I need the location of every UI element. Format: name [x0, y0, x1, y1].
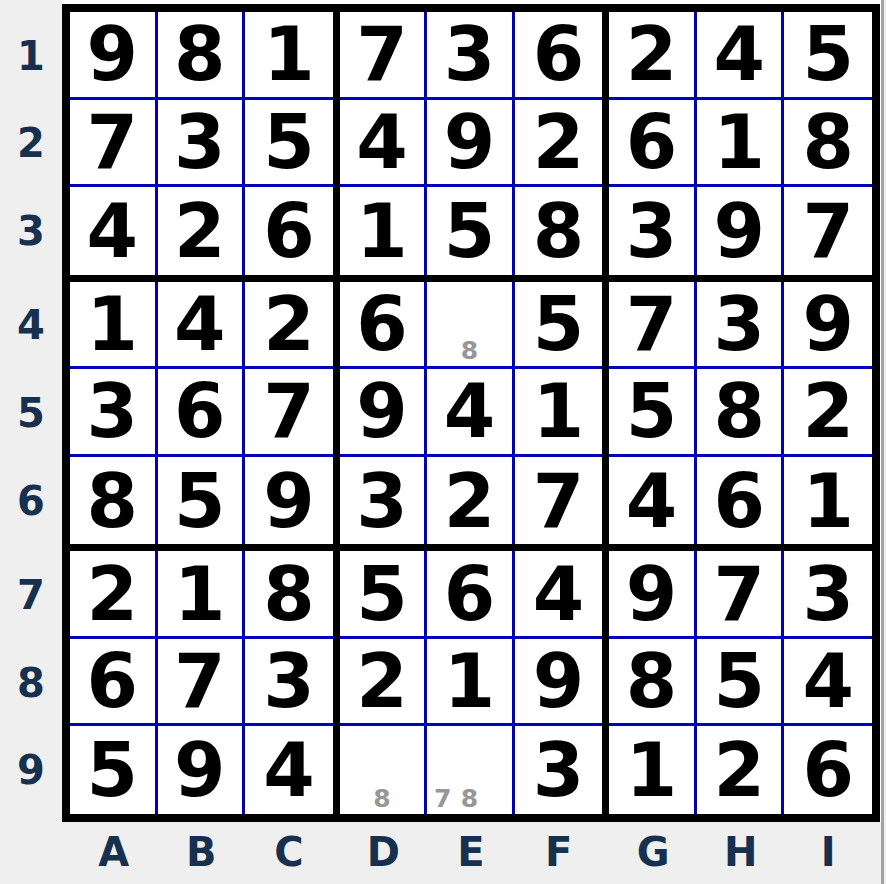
cell-I3[interactable]: 7 [784, 187, 872, 275]
cell-C6[interactable]: 9 [245, 457, 333, 545]
cell-H6[interactable]: 6 [697, 457, 785, 545]
cell-value: 1 [87, 287, 139, 361]
cell-A2[interactable]: 7 [70, 100, 158, 188]
candidate-5 [456, 311, 483, 338]
cell-F2[interactable]: 2 [515, 100, 603, 188]
cell-E6[interactable]: 2 [427, 457, 515, 545]
candidate-1 [429, 728, 456, 756]
cell-F4[interactable]: 5 [515, 282, 603, 370]
box-8: 5642198783 [340, 551, 603, 814]
cell-I2[interactable]: 8 [784, 100, 872, 188]
candidate-8: 8 [369, 784, 396, 812]
box-1: 981735426 [70, 12, 333, 275]
cell-value: 7 [263, 374, 315, 448]
cell-value: 6 [263, 194, 315, 268]
box-2: 736492158 [340, 12, 603, 275]
cell-value: 9 [533, 644, 585, 718]
cell-value: 2 [356, 644, 408, 718]
cell-value: 3 [626, 194, 678, 268]
candidate-7 [342, 784, 369, 812]
candidate-2 [369, 728, 396, 756]
cell-F8[interactable]: 9 [515, 639, 603, 727]
cell-F3[interactable]: 8 [515, 187, 603, 275]
candidate-grid: 78 [429, 728, 510, 812]
cell-B9[interactable]: 9 [158, 726, 246, 814]
cell-I1[interactable]: 5 [784, 12, 872, 100]
row-label-4: 4 [17, 305, 45, 345]
cell-H4[interactable]: 3 [697, 282, 785, 370]
cell-value: 6 [626, 105, 678, 179]
cell-value: 3 [802, 557, 854, 631]
cell-C3[interactable]: 6 [245, 187, 333, 275]
cell-E2[interactable]: 9 [427, 100, 515, 188]
cell-C1[interactable]: 1 [245, 12, 333, 100]
cell-E4[interactable]: 8 [427, 282, 515, 370]
cell-I7[interactable]: 3 [784, 551, 872, 639]
cell-value: 7 [174, 644, 226, 718]
cell-value: 2 [533, 105, 585, 179]
cell-D8[interactable]: 2 [340, 639, 428, 727]
cell-value: 8 [713, 374, 765, 448]
sudoku-board: 9817354267364921582456183971423678596859… [62, 4, 880, 822]
cell-D7[interactable]: 5 [340, 551, 428, 639]
cell-value: 9 [626, 557, 678, 631]
cell-value: 4 [533, 557, 585, 631]
cell-value: 8 [626, 644, 678, 718]
cell-F6[interactable]: 7 [515, 457, 603, 545]
cell-value: 1 [444, 644, 496, 718]
candidate-8: 8 [456, 784, 483, 812]
cell-H8[interactable]: 5 [697, 639, 785, 727]
cell-C7[interactable]: 8 [245, 551, 333, 639]
candidate-3 [483, 728, 510, 756]
cell-C4[interactable]: 2 [245, 282, 333, 370]
cell-value: 1 [356, 194, 408, 268]
box-3: 245618397 [609, 12, 872, 275]
cell-B1[interactable]: 8 [158, 12, 246, 100]
candidate-3 [395, 728, 422, 756]
cell-A5[interactable]: 3 [70, 369, 158, 457]
cell-H9[interactable]: 2 [697, 726, 785, 814]
cell-value: 3 [263, 644, 315, 718]
cell-value: 7 [626, 287, 678, 361]
cell-A8[interactable]: 6 [70, 639, 158, 727]
cell-A1[interactable]: 9 [70, 12, 158, 100]
candidate-4 [429, 756, 456, 784]
cell-D9[interactable]: 8 [340, 726, 428, 814]
candidate-3 [483, 284, 510, 311]
cell-value: 9 [174, 733, 226, 807]
cell-value: 6 [174, 374, 226, 448]
cell-value: 8 [263, 557, 315, 631]
candidate-1 [342, 728, 369, 756]
cell-value: 2 [713, 733, 765, 807]
cell-value: 3 [174, 105, 226, 179]
cell-value: 2 [626, 17, 678, 91]
cell-B5[interactable]: 6 [158, 369, 246, 457]
cell-value: 6 [713, 464, 765, 538]
cell-value: 7 [533, 464, 585, 538]
cell-value: 2 [174, 194, 226, 268]
cell-A7[interactable]: 2 [70, 551, 158, 639]
candidate-4 [429, 311, 456, 338]
cell-D1[interactable]: 7 [340, 12, 428, 100]
col-label-B: B [186, 832, 217, 872]
cell-value: 6 [802, 733, 854, 807]
cell-G9[interactable]: 1 [609, 726, 697, 814]
cell-G2[interactable]: 6 [609, 100, 697, 188]
row-label-6: 6 [17, 481, 45, 521]
cell-value: 4 [802, 644, 854, 718]
cell-B8[interactable]: 7 [158, 639, 246, 727]
cell-value: 3 [713, 287, 765, 361]
cell-value: 9 [713, 194, 765, 268]
cell-H7[interactable]: 7 [697, 551, 785, 639]
cell-value: 1 [533, 374, 585, 448]
box-6: 739582461 [609, 282, 872, 545]
cell-E8[interactable]: 1 [427, 639, 515, 727]
cell-H1[interactable]: 4 [697, 12, 785, 100]
cell-value: 7 [87, 105, 139, 179]
col-label-E: E [457, 832, 484, 872]
cell-A9[interactable]: 5 [70, 726, 158, 814]
row-label-3: 3 [17, 211, 45, 251]
cell-D2[interactable]: 4 [340, 100, 428, 188]
cell-value: 3 [444, 17, 496, 91]
cell-H2[interactable]: 1 [697, 100, 785, 188]
col-label-H: H [724, 832, 757, 872]
cell-value: 9 [87, 17, 139, 91]
row-label-9: 9 [17, 750, 45, 790]
cell-value: 8 [802, 105, 854, 179]
cell-E5[interactable]: 4 [427, 369, 515, 457]
cell-value: 7 [802, 194, 854, 268]
cell-value: 3 [533, 733, 585, 807]
candidate-9 [395, 784, 422, 812]
cell-value: 1 [802, 464, 854, 538]
cell-value: 5 [356, 557, 408, 631]
row-label-2: 2 [17, 123, 45, 163]
cell-value: 2 [802, 374, 854, 448]
cell-value: 5 [533, 287, 585, 361]
cell-value: 4 [263, 733, 315, 807]
cell-F9[interactable]: 3 [515, 726, 603, 814]
cell-value: 2 [87, 557, 139, 631]
cell-B2[interactable]: 3 [158, 100, 246, 188]
cell-C2[interactable]: 5 [245, 100, 333, 188]
candidate-6 [483, 756, 510, 784]
cell-value: 9 [356, 374, 408, 448]
cell-value: 4 [713, 17, 765, 91]
row-label-1: 1 [17, 36, 45, 76]
box-9: 973854126 [609, 551, 872, 814]
cell-value: 5 [87, 733, 139, 807]
col-label-C: C [274, 832, 303, 872]
col-label-G: G [637, 832, 670, 872]
candidate-1 [429, 284, 456, 311]
cell-value: 4 [174, 287, 226, 361]
cell-E9[interactable]: 78 [427, 726, 515, 814]
row-labels: 123456789 [0, 4, 62, 822]
cell-value: 1 [174, 557, 226, 631]
cell-value: 5 [802, 17, 854, 91]
col-label-A: A [98, 832, 129, 872]
cell-I4[interactable]: 9 [784, 282, 872, 370]
cell-C8[interactable]: 3 [245, 639, 333, 727]
cell-D4[interactable]: 6 [340, 282, 428, 370]
cell-G7[interactable]: 9 [609, 551, 697, 639]
column-labels: ABCDEFGHI [62, 822, 880, 880]
cell-value: 4 [356, 105, 408, 179]
cell-I9[interactable]: 6 [784, 726, 872, 814]
cell-F1[interactable]: 6 [515, 12, 603, 100]
cell-value: 3 [356, 464, 408, 538]
row-label-8: 8 [17, 663, 45, 703]
col-label-F: F [545, 832, 572, 872]
cell-H5[interactable]: 8 [697, 369, 785, 457]
cell-value: 1 [626, 733, 678, 807]
candidate-2 [456, 728, 483, 756]
cell-I5[interactable]: 2 [784, 369, 872, 457]
cell-value: 6 [533, 17, 585, 91]
cell-value: 1 [263, 17, 315, 91]
cell-value: 3 [87, 374, 139, 448]
candidate-6 [395, 756, 422, 784]
cell-G8[interactable]: 8 [609, 639, 697, 727]
candidate-5 [456, 756, 483, 784]
cell-value: 9 [444, 105, 496, 179]
box-5: 685941327 [340, 282, 603, 545]
cell-A4[interactable]: 1 [70, 282, 158, 370]
candidate-9 [483, 337, 510, 364]
cell-A6[interactable]: 8 [70, 457, 158, 545]
cell-C9[interactable]: 4 [245, 726, 333, 814]
cell-value: 9 [263, 464, 315, 538]
cell-E1[interactable]: 3 [427, 12, 515, 100]
candidate-grid: 8 [429, 284, 510, 365]
candidate-5 [369, 756, 396, 784]
cell-B3[interactable]: 2 [158, 187, 246, 275]
cell-G1[interactable]: 2 [609, 12, 697, 100]
cell-value: 5 [174, 464, 226, 538]
cell-value: 5 [626, 374, 678, 448]
box-4: 142367859 [70, 282, 333, 545]
cell-value: 4 [87, 194, 139, 268]
cell-value: 5 [263, 105, 315, 179]
cell-value: 7 [713, 557, 765, 631]
cell-A3[interactable]: 4 [70, 187, 158, 275]
col-label-I: I [821, 832, 836, 872]
cell-G3[interactable]: 3 [609, 187, 697, 275]
cell-F7[interactable]: 4 [515, 551, 603, 639]
window-edge-divider [881, 0, 884, 884]
candidate-7: 7 [429, 784, 456, 812]
cell-I6[interactable]: 1 [784, 457, 872, 545]
candidate-grid: 8 [342, 728, 423, 812]
cell-value: 1 [713, 105, 765, 179]
cell-value: 2 [444, 464, 496, 538]
cell-value: 6 [444, 557, 496, 631]
row-label-5: 5 [17, 393, 45, 433]
cell-G6[interactable]: 4 [609, 457, 697, 545]
candidate-8: 8 [456, 337, 483, 364]
cell-E7[interactable]: 6 [427, 551, 515, 639]
cell-I8[interactable]: 4 [784, 639, 872, 727]
cell-value: 9 [802, 287, 854, 361]
cell-C5[interactable]: 7 [245, 369, 333, 457]
candidate-9 [483, 784, 510, 812]
cell-value: 6 [87, 644, 139, 718]
cell-F5[interactable]: 1 [515, 369, 603, 457]
cell-value: 4 [626, 464, 678, 538]
cell-value: 8 [87, 464, 139, 538]
candidate-6 [483, 311, 510, 338]
cell-value: 5 [713, 644, 765, 718]
cell-value: 5 [444, 194, 496, 268]
candidate-2 [456, 284, 483, 311]
cell-H3[interactable]: 9 [697, 187, 785, 275]
cell-D6[interactable]: 3 [340, 457, 428, 545]
cell-D5[interactable]: 9 [340, 369, 428, 457]
cell-B6[interactable]: 5 [158, 457, 246, 545]
cell-value: 2 [263, 287, 315, 361]
candidate-4 [342, 756, 369, 784]
col-label-D: D [367, 832, 400, 872]
cell-G4[interactable]: 7 [609, 282, 697, 370]
candidate-7 [429, 337, 456, 364]
cell-value: 8 [174, 17, 226, 91]
cell-value: 8 [533, 194, 585, 268]
cell-E3[interactable]: 5 [427, 187, 515, 275]
cell-value: 7 [356, 17, 408, 91]
box-7: 218673594 [70, 551, 333, 814]
cell-D3[interactable]: 1 [340, 187, 428, 275]
cell-B4[interactable]: 4 [158, 282, 246, 370]
row-label-7: 7 [17, 575, 45, 615]
cell-value: 4 [444, 374, 496, 448]
cell-value: 6 [356, 287, 408, 361]
cell-B7[interactable]: 1 [158, 551, 246, 639]
cell-G5[interactable]: 5 [609, 369, 697, 457]
